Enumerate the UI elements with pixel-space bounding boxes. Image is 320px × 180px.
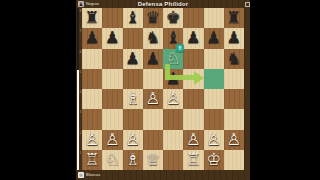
piece-white-bishop-c1[interactable]: ♗ bbox=[123, 150, 143, 171]
square-c6[interactable]: ♟ bbox=[123, 49, 143, 69]
square-f5[interactable] bbox=[183, 69, 203, 89]
square-a8[interactable]: ♜ bbox=[82, 8, 102, 28]
piece-black-pawn-e5[interactable]: ♟ bbox=[163, 69, 183, 90]
opening-title: Defensa Philidor bbox=[76, 0, 250, 8]
square-g3[interactable] bbox=[204, 109, 224, 129]
square-d1[interactable]: ♕ bbox=[143, 150, 163, 170]
square-g4[interactable] bbox=[204, 89, 224, 109]
square-b7[interactable]: ♟ bbox=[102, 28, 122, 48]
square-g7[interactable]: ♟ bbox=[204, 28, 224, 48]
square-a7[interactable]: ♟ bbox=[82, 28, 102, 48]
square-h8[interactable]: ♜ bbox=[224, 8, 244, 28]
piece-black-rook-a8[interactable]: ♜ bbox=[82, 8, 102, 29]
square-e5[interactable]: ♟ bbox=[163, 69, 183, 89]
square-c2[interactable]: ♙ bbox=[123, 130, 143, 150]
white-player-name: Blancas bbox=[86, 172, 100, 178]
square-b5[interactable] bbox=[102, 69, 122, 89]
black-pawn-icon: ♟ bbox=[78, 1, 84, 7]
piece-black-pawn-f7[interactable]: ♟ bbox=[183, 28, 203, 49]
piece-black-king-e8[interactable]: ♚ bbox=[163, 8, 183, 29]
settings-icon[interactable] bbox=[245, 2, 251, 8]
piece-black-pawn-h7[interactable]: ♟ bbox=[224, 28, 244, 49]
black-player-name: Negras bbox=[86, 1, 99, 7]
square-f3[interactable] bbox=[183, 109, 203, 129]
piece-black-bishop-e7[interactable]: ♝ bbox=[163, 28, 183, 49]
square-h2[interactable]: ♙ bbox=[224, 130, 244, 150]
piece-white-king-g1[interactable]: ♔ bbox=[204, 150, 224, 171]
piece-black-knight-d7[interactable]: ♞ bbox=[143, 28, 163, 49]
square-f2[interactable]: ♙ bbox=[183, 130, 203, 150]
square-d6[interactable]: ♟ bbox=[143, 49, 163, 69]
piece-black-bishop-c8[interactable]: ♝ bbox=[123, 8, 143, 29]
chess-board: ♜♝♛♚♜♟♟♞♝♟♟♟♟♟♘♞♟♗♙♙♙♙♙♙♙♙♖♘♗♕♖♔ bbox=[82, 8, 244, 170]
square-e6[interactable]: ♘ bbox=[163, 49, 183, 69]
square-g5[interactable] bbox=[204, 69, 224, 89]
white-king-icon: ♔ bbox=[78, 172, 84, 178]
square-a1[interactable]: ♖ bbox=[82, 150, 102, 170]
square-h6[interactable]: ♞ bbox=[224, 49, 244, 69]
piece-white-pawn-d4[interactable]: ♙ bbox=[143, 89, 163, 110]
square-h7[interactable]: ♟ bbox=[224, 28, 244, 48]
piece-black-pawn-a7[interactable]: ♟ bbox=[82, 28, 102, 49]
square-a4[interactable] bbox=[82, 89, 102, 109]
square-e2[interactable] bbox=[163, 130, 183, 150]
square-d4[interactable]: ♙ bbox=[143, 89, 163, 109]
square-h4[interactable] bbox=[224, 89, 244, 109]
video-frame: Defensa Philidor ♟ Negras ♔ Blancas 8765… bbox=[0, 0, 320, 180]
piece-white-pawn-e4[interactable]: ♙ bbox=[163, 89, 183, 110]
piece-black-rook-h8[interactable]: ♜ bbox=[224, 8, 244, 29]
square-f8[interactable] bbox=[183, 8, 203, 28]
piece-white-knight-b1[interactable]: ♘ bbox=[102, 150, 122, 171]
square-b4[interactable] bbox=[102, 89, 122, 109]
piece-white-rook-f1[interactable]: ♖ bbox=[183, 150, 203, 171]
piece-white-pawn-h2[interactable]: ♙ bbox=[224, 130, 244, 151]
square-a3[interactable] bbox=[82, 109, 102, 129]
square-f1[interactable]: ♖ bbox=[183, 150, 203, 170]
square-c8[interactable]: ♝ bbox=[123, 8, 143, 28]
title-bar: Defensa Philidor bbox=[76, 0, 250, 8]
square-a2[interactable]: ♙ bbox=[82, 130, 102, 150]
piece-white-pawn-b2[interactable]: ♙ bbox=[102, 130, 122, 151]
square-b6[interactable] bbox=[102, 49, 122, 69]
square-h5[interactable] bbox=[224, 69, 244, 89]
piece-black-pawn-d6[interactable]: ♟ bbox=[143, 49, 163, 70]
piece-black-knight-h6[interactable]: ♞ bbox=[224, 49, 244, 70]
piece-white-pawn-c2[interactable]: ♙ bbox=[123, 130, 143, 151]
square-g1[interactable]: ♔ bbox=[204, 150, 224, 170]
piece-black-pawn-b7[interactable]: ♟ bbox=[102, 28, 122, 49]
piece-black-pawn-c6[interactable]: ♟ bbox=[123, 49, 143, 70]
square-b8[interactable] bbox=[102, 8, 122, 28]
piece-white-bishop-c4[interactable]: ♗ bbox=[123, 89, 143, 110]
square-f6[interactable] bbox=[183, 49, 203, 69]
piece-white-rook-a1[interactable]: ♖ bbox=[82, 150, 102, 171]
square-b2[interactable]: ♙ bbox=[102, 130, 122, 150]
square-d5[interactable] bbox=[143, 69, 163, 89]
square-c5[interactable] bbox=[123, 69, 143, 89]
square-c1[interactable]: ♗ bbox=[123, 150, 143, 170]
square-e3[interactable] bbox=[163, 109, 183, 129]
piece-white-pawn-g2[interactable]: ♙ bbox=[204, 130, 224, 151]
square-g6[interactable] bbox=[204, 49, 224, 69]
square-f7[interactable]: ♟ bbox=[183, 28, 203, 48]
square-e7[interactable]: ♝ bbox=[163, 28, 183, 48]
piece-black-pawn-g7[interactable]: ♟ bbox=[204, 28, 224, 49]
square-a6[interactable] bbox=[82, 49, 102, 69]
square-a5[interactable] bbox=[82, 69, 102, 89]
letterbox-left bbox=[0, 0, 76, 180]
square-b1[interactable]: ♘ bbox=[102, 150, 122, 170]
square-h1[interactable] bbox=[224, 150, 244, 170]
piece-white-knight-e6[interactable]: ♘ bbox=[163, 49, 183, 70]
square-d8[interactable]: ♛ bbox=[143, 8, 163, 28]
square-g8[interactable] bbox=[204, 8, 224, 28]
square-e1[interactable] bbox=[163, 150, 183, 170]
square-c7[interactable] bbox=[123, 28, 143, 48]
square-d7[interactable]: ♞ bbox=[143, 28, 163, 48]
square-c4[interactable]: ♗ bbox=[123, 89, 143, 109]
black-player-avatar[interactable]: ♟ bbox=[78, 1, 84, 7]
square-f4[interactable] bbox=[183, 89, 203, 109]
white-player-avatar[interactable]: ♔ bbox=[78, 172, 84, 178]
piece-white-pawn-f2[interactable]: ♙ bbox=[183, 130, 203, 151]
piece-white-pawn-a2[interactable]: ♙ bbox=[82, 130, 102, 151]
square-d3[interactable] bbox=[143, 109, 163, 129]
square-e8[interactable]: ♚ bbox=[163, 8, 183, 28]
square-d2[interactable] bbox=[143, 130, 163, 150]
square-c3[interactable] bbox=[123, 109, 143, 129]
square-b3[interactable] bbox=[102, 109, 122, 129]
square-g2[interactable]: ♙ bbox=[204, 130, 224, 150]
piece-white-queen-d1[interactable]: ♕ bbox=[143, 150, 163, 171]
square-h3[interactable] bbox=[224, 109, 244, 129]
square-e4[interactable]: ♙ bbox=[163, 89, 183, 109]
letterbox-right bbox=[250, 0, 320, 180]
piece-black-queen-d8[interactable]: ♛ bbox=[143, 8, 163, 29]
